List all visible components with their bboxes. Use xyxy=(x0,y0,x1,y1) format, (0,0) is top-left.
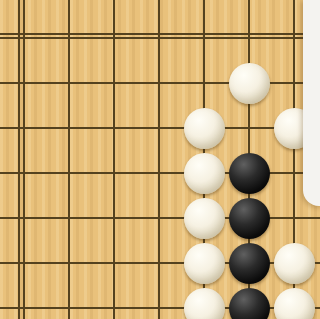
board-intersection[interactable] xyxy=(92,61,137,106)
board-intersection[interactable] xyxy=(137,106,182,151)
white-stone xyxy=(184,198,225,239)
board-intersection[interactable] xyxy=(47,16,92,61)
board-intersection[interactable] xyxy=(92,286,137,319)
board-intersection[interactable] xyxy=(137,241,182,286)
board-intersection[interactable] xyxy=(137,61,182,106)
board-intersection[interactable] xyxy=(137,151,182,196)
board-intersection[interactable] xyxy=(227,16,272,61)
board-grid xyxy=(2,16,317,319)
board-intersection[interactable] xyxy=(47,151,92,196)
go-board[interactable] xyxy=(0,0,320,319)
board-intersection[interactable] xyxy=(47,106,92,151)
white-stone xyxy=(184,153,225,194)
black-stone xyxy=(229,153,270,194)
black-stone xyxy=(229,288,270,319)
black-stone xyxy=(229,198,270,239)
board-intersection[interactable] xyxy=(227,61,272,106)
board-intersection[interactable] xyxy=(182,106,227,151)
white-stone xyxy=(274,288,315,319)
board-intersection[interactable] xyxy=(2,196,47,241)
board-intersection[interactable] xyxy=(47,241,92,286)
side-panel xyxy=(303,0,320,206)
board-intersection[interactable] xyxy=(92,151,137,196)
go-app-screen xyxy=(0,0,320,319)
board-intersection[interactable] xyxy=(227,106,272,151)
board-intersection[interactable] xyxy=(137,286,182,319)
board-intersection[interactable] xyxy=(47,61,92,106)
board-intersection[interactable] xyxy=(137,196,182,241)
board-intersection[interactable] xyxy=(227,241,272,286)
black-stone xyxy=(229,243,270,284)
board-intersection[interactable] xyxy=(227,151,272,196)
white-stone xyxy=(274,243,315,284)
board-intersection[interactable] xyxy=(182,196,227,241)
board-intersection[interactable] xyxy=(182,61,227,106)
board-intersection[interactable] xyxy=(92,16,137,61)
board-intersection[interactable] xyxy=(92,106,137,151)
board-intersection[interactable] xyxy=(182,151,227,196)
white-stone xyxy=(229,63,270,104)
board-intersection[interactable] xyxy=(2,16,47,61)
board-intersection[interactable] xyxy=(92,196,137,241)
board-intersection[interactable] xyxy=(272,286,317,319)
board-intersection[interactable] xyxy=(182,286,227,319)
board-intersection[interactable] xyxy=(2,241,47,286)
board-intersection[interactable] xyxy=(2,61,47,106)
board-intersection[interactable] xyxy=(272,241,317,286)
board-intersection[interactable] xyxy=(47,286,92,319)
board-intersection[interactable] xyxy=(227,196,272,241)
board-intersection[interactable] xyxy=(2,106,47,151)
white-stone xyxy=(184,288,225,319)
board-intersection[interactable] xyxy=(47,196,92,241)
board-intersection[interactable] xyxy=(137,16,182,61)
board-intersection[interactable] xyxy=(182,241,227,286)
board-intersection[interactable] xyxy=(2,286,47,319)
board-intersection[interactable] xyxy=(227,286,272,319)
board-intersection[interactable] xyxy=(92,241,137,286)
board-intersection[interactable] xyxy=(2,151,47,196)
white-stone xyxy=(184,243,225,284)
white-stone xyxy=(184,108,225,149)
board-intersection[interactable] xyxy=(182,16,227,61)
